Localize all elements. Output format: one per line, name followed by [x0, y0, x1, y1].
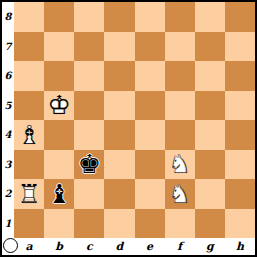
square-c4[interactable]: [74, 120, 104, 150]
square-b2[interactable]: ♝: [44, 179, 74, 209]
board: ♚♔♝♗♚♞♘♜♖♝♞♘: [14, 2, 255, 238]
side-to-move-area: [2, 238, 14, 255]
square-d2[interactable]: [104, 179, 134, 209]
square-g6[interactable]: [195, 61, 225, 91]
square-c6[interactable]: [74, 61, 104, 91]
white-rook-icon: ♜♖: [14, 179, 44, 209]
white-to-move-circle-icon: [3, 238, 18, 253]
rank-label-8: 8: [2, 2, 14, 32]
square-e1[interactable]: [135, 209, 165, 239]
square-c8[interactable]: [74, 2, 104, 32]
square-h4[interactable]: [225, 120, 255, 150]
file-label-b: b: [44, 238, 74, 255]
square-g1[interactable]: [195, 209, 225, 239]
square-c7[interactable]: [74, 32, 104, 62]
square-b3[interactable]: [44, 150, 74, 180]
square-g2[interactable]: [195, 179, 225, 209]
square-f7[interactable]: [165, 32, 195, 62]
rank-label-6: 6: [2, 61, 14, 91]
square-a1[interactable]: [14, 209, 44, 239]
square-e4[interactable]: [135, 120, 165, 150]
file-labels: abcdefgh: [14, 238, 255, 255]
square-e5[interactable]: [135, 91, 165, 121]
square-c2[interactable]: [74, 179, 104, 209]
rank-labels: 87654321: [2, 2, 14, 238]
file-label-g: g: [195, 238, 225, 255]
file-label-a: a: [14, 238, 44, 255]
square-b5[interactable]: ♚♔: [44, 91, 74, 121]
file-label-e: e: [135, 238, 165, 255]
white-bishop-icon: ♝♗: [14, 120, 44, 150]
square-a3[interactable]: [14, 150, 44, 180]
file-label-h: h: [225, 238, 255, 255]
rank-label-1: 1: [2, 209, 14, 239]
file-label-d: d: [104, 238, 134, 255]
black-bishop-icon: ♝: [44, 179, 74, 209]
square-b8[interactable]: [44, 2, 74, 32]
square-d5[interactable]: [104, 91, 134, 121]
square-e8[interactable]: [135, 2, 165, 32]
square-d6[interactable]: [104, 61, 134, 91]
square-h8[interactable]: [225, 2, 255, 32]
square-h5[interactable]: [225, 91, 255, 121]
rank-label-7: 7: [2, 32, 14, 62]
square-g4[interactable]: [195, 120, 225, 150]
white-knight-icon: ♞♘: [165, 179, 195, 209]
square-b4[interactable]: [44, 120, 74, 150]
file-label-c: c: [74, 238, 104, 255]
square-h7[interactable]: [225, 32, 255, 62]
square-g5[interactable]: [195, 91, 225, 121]
square-d8[interactable]: [104, 2, 134, 32]
square-e3[interactable]: [135, 150, 165, 180]
square-a2[interactable]: ♜♖: [14, 179, 44, 209]
square-a6[interactable]: [14, 61, 44, 91]
square-f8[interactable]: [165, 2, 195, 32]
black-king-icon: ♚: [74, 150, 104, 180]
square-b1[interactable]: [44, 209, 74, 239]
square-f5[interactable]: [165, 91, 195, 121]
square-b7[interactable]: [44, 32, 74, 62]
square-b6[interactable]: [44, 61, 74, 91]
square-e2[interactable]: [135, 179, 165, 209]
square-d7[interactable]: [104, 32, 134, 62]
square-d3[interactable]: [104, 150, 134, 180]
square-a8[interactable]: [14, 2, 44, 32]
square-g7[interactable]: [195, 32, 225, 62]
file-label-f: f: [165, 238, 195, 255]
square-c5[interactable]: [74, 91, 104, 121]
square-f4[interactable]: [165, 120, 195, 150]
rank-label-4: 4: [2, 120, 14, 150]
chess-diagram: 87654321 ♚♔♝♗♚♞♘♜♖♝♞♘ abcdefgh: [0, 0, 257, 257]
white-knight-icon: ♞♘: [165, 150, 195, 180]
square-e7[interactable]: [135, 32, 165, 62]
rank-label-3: 3: [2, 150, 14, 180]
square-f2[interactable]: ♞♘: [165, 179, 195, 209]
square-a5[interactable]: [14, 91, 44, 121]
rank-label-5: 5: [2, 91, 14, 121]
square-d4[interactable]: [104, 120, 134, 150]
square-c3[interactable]: ♚: [74, 150, 104, 180]
square-g3[interactable]: [195, 150, 225, 180]
square-a7[interactable]: [14, 32, 44, 62]
square-f3[interactable]: ♞♘: [165, 150, 195, 180]
square-a4[interactable]: ♝♗: [14, 120, 44, 150]
square-d1[interactable]: [104, 209, 134, 239]
square-h1[interactable]: [225, 209, 255, 239]
square-f6[interactable]: [165, 61, 195, 91]
square-c1[interactable]: [74, 209, 104, 239]
square-f1[interactable]: [165, 209, 195, 239]
square-e6[interactable]: [135, 61, 165, 91]
rank-label-2: 2: [2, 179, 14, 209]
white-king-icon: ♚♔: [44, 91, 74, 121]
square-h6[interactable]: [225, 61, 255, 91]
square-g8[interactable]: [195, 2, 225, 32]
square-h3[interactable]: [225, 150, 255, 180]
square-h2[interactable]: [225, 179, 255, 209]
